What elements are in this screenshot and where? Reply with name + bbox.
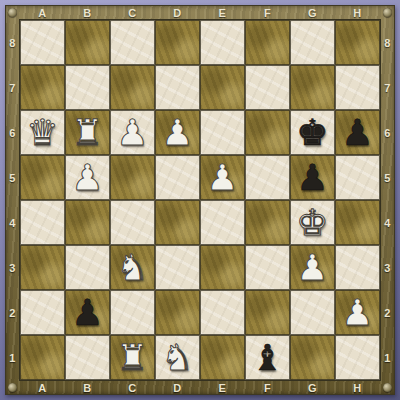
square-e4[interactable] <box>200 200 245 245</box>
square-e1[interactable] <box>200 335 245 380</box>
square-g5[interactable]: ♟ <box>290 155 335 200</box>
square-e3[interactable] <box>200 245 245 290</box>
square-f2[interactable] <box>245 290 290 335</box>
square-f1[interactable]: ♝ <box>245 335 290 380</box>
square-g4[interactable]: ♚ <box>290 200 335 245</box>
rank-label-1: 1 <box>5 335 20 380</box>
file-label-f: F <box>245 380 290 395</box>
square-c3[interactable]: ♞ <box>110 245 155 290</box>
piece-white-pawn-b5[interactable]: ♟ <box>71 155 103 200</box>
square-d7[interactable] <box>155 65 200 110</box>
square-h3[interactable] <box>335 245 380 290</box>
file-label-c: C <box>110 5 155 20</box>
square-a2[interactable] <box>20 290 65 335</box>
square-g2[interactable] <box>290 290 335 335</box>
square-c5[interactable] <box>110 155 155 200</box>
square-c2[interactable] <box>110 290 155 335</box>
square-a3[interactable] <box>20 245 65 290</box>
square-a5[interactable] <box>20 155 65 200</box>
rank-label-2: 2 <box>5 290 20 335</box>
file-label-b: B <box>65 5 110 20</box>
square-b7[interactable] <box>65 65 110 110</box>
piece-black-pawn-b2[interactable]: ♟ <box>71 290 103 335</box>
screw-icon <box>383 383 392 392</box>
square-d2[interactable] <box>155 290 200 335</box>
square-a4[interactable] <box>20 200 65 245</box>
square-f5[interactable] <box>245 155 290 200</box>
page-background: ABCDEFGH ABCDEFGH 87654321 87654321 ♛♜♟♟… <box>0 0 400 400</box>
screw-icon <box>8 383 17 392</box>
screw-icon <box>383 8 392 17</box>
square-h1[interactable] <box>335 335 380 380</box>
square-f4[interactable] <box>245 200 290 245</box>
square-g8[interactable] <box>290 20 335 65</box>
square-b2[interactable]: ♟ <box>65 290 110 335</box>
rank-label-6: 6 <box>380 110 395 155</box>
square-f7[interactable] <box>245 65 290 110</box>
piece-white-pawn-c6[interactable]: ♟ <box>116 110 148 155</box>
square-e6[interactable] <box>200 110 245 155</box>
file-label-c: C <box>110 380 155 395</box>
square-b5[interactable]: ♟ <box>65 155 110 200</box>
piece-white-pawn-h2[interactable]: ♟ <box>341 290 373 335</box>
square-b3[interactable] <box>65 245 110 290</box>
square-a7[interactable] <box>20 65 65 110</box>
rank-label-4: 4 <box>380 200 395 245</box>
rank-labels-left: 87654321 <box>5 20 20 380</box>
rank-label-8: 8 <box>5 20 20 65</box>
square-a6[interactable]: ♛ <box>20 110 65 155</box>
piece-black-pawn-g5[interactable]: ♟ <box>296 155 328 200</box>
file-label-d: D <box>155 5 200 20</box>
square-h4[interactable] <box>335 200 380 245</box>
rank-label-4: 4 <box>5 200 20 245</box>
chess-board: ♛♜♟♟♚♟♟♟♟♚♞♟♟♟♜♞♝ <box>20 20 380 380</box>
square-a1[interactable] <box>20 335 65 380</box>
square-d5[interactable] <box>155 155 200 200</box>
rank-label-3: 3 <box>380 245 395 290</box>
rank-label-8: 8 <box>380 20 395 65</box>
file-label-g: G <box>290 5 335 20</box>
piece-white-king-g4[interactable]: ♚ <box>296 200 328 245</box>
square-b8[interactable] <box>65 20 110 65</box>
file-label-f: F <box>245 5 290 20</box>
square-f3[interactable] <box>245 245 290 290</box>
square-h7[interactable] <box>335 65 380 110</box>
square-d1[interactable]: ♞ <box>155 335 200 380</box>
square-c1[interactable]: ♜ <box>110 335 155 380</box>
square-h5[interactable] <box>335 155 380 200</box>
piece-white-pawn-e5[interactable]: ♟ <box>206 155 238 200</box>
file-label-g: G <box>290 380 335 395</box>
piece-black-pawn-h6[interactable]: ♟ <box>341 110 373 155</box>
piece-white-knight-d1[interactable]: ♞ <box>161 335 193 380</box>
square-g6[interactable]: ♚ <box>290 110 335 155</box>
rank-label-3: 3 <box>5 245 20 290</box>
piece-white-rook-b6[interactable]: ♜ <box>71 110 103 155</box>
square-c8[interactable] <box>110 20 155 65</box>
file-label-h: H <box>335 5 380 20</box>
square-e7[interactable] <box>200 65 245 110</box>
piece-white-pawn-g3[interactable]: ♟ <box>296 245 328 290</box>
rank-label-6: 6 <box>5 110 20 155</box>
square-a8[interactable] <box>20 20 65 65</box>
rank-label-7: 7 <box>380 65 395 110</box>
file-label-a: A <box>20 5 65 20</box>
square-c6[interactable]: ♟ <box>110 110 155 155</box>
file-label-e: E <box>200 5 245 20</box>
rank-label-5: 5 <box>380 155 395 200</box>
square-d6[interactable]: ♟ <box>155 110 200 155</box>
square-f6[interactable] <box>245 110 290 155</box>
square-g1[interactable] <box>290 335 335 380</box>
square-d3[interactable] <box>155 245 200 290</box>
rank-label-7: 7 <box>5 65 20 110</box>
rank-label-2: 2 <box>380 290 395 335</box>
square-d4[interactable] <box>155 200 200 245</box>
square-b6[interactable]: ♜ <box>65 110 110 155</box>
square-h2[interactable]: ♟ <box>335 290 380 335</box>
file-label-h: H <box>335 380 380 395</box>
square-g7[interactable] <box>290 65 335 110</box>
rank-label-1: 1 <box>380 335 395 380</box>
file-labels-bottom: ABCDEFGH <box>20 380 380 395</box>
piece-white-pawn-d6[interactable]: ♟ <box>161 110 193 155</box>
rank-labels-right: 87654321 <box>380 20 395 380</box>
square-c4[interactable] <box>110 200 155 245</box>
piece-white-queen-a6[interactable]: ♛ <box>26 110 58 155</box>
file-label-b: B <box>65 380 110 395</box>
file-label-a: A <box>20 380 65 395</box>
square-g3[interactable]: ♟ <box>290 245 335 290</box>
square-h6[interactable]: ♟ <box>335 110 380 155</box>
square-h8[interactable] <box>335 20 380 65</box>
file-labels-top: ABCDEFGH <box>20 5 380 20</box>
square-b1[interactable] <box>65 335 110 380</box>
square-e8[interactable] <box>200 20 245 65</box>
piece-white-knight-c3[interactable]: ♞ <box>116 245 148 290</box>
piece-white-rook-c1[interactable]: ♜ <box>116 335 148 380</box>
file-label-e: E <box>200 380 245 395</box>
square-d8[interactable] <box>155 20 200 65</box>
piece-black-bishop-f1[interactable]: ♝ <box>251 335 283 380</box>
square-b4[interactable] <box>65 200 110 245</box>
rank-label-5: 5 <box>5 155 20 200</box>
square-e5[interactable]: ♟ <box>200 155 245 200</box>
square-f8[interactable] <box>245 20 290 65</box>
square-c7[interactable] <box>110 65 155 110</box>
screw-icon <box>8 8 17 17</box>
file-label-d: D <box>155 380 200 395</box>
square-e2[interactable] <box>200 290 245 335</box>
piece-black-king-g6[interactable]: ♚ <box>296 110 328 155</box>
